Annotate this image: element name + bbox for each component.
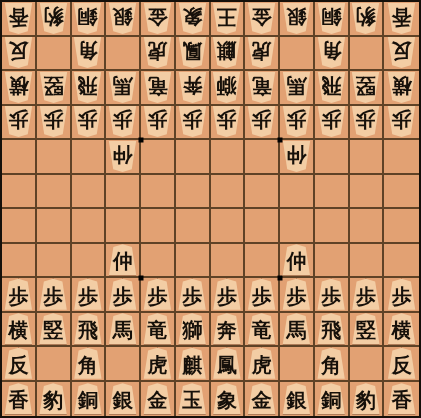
board-cell[interactable]: 竪: [37, 71, 72, 106]
piece-kanji: 仲: [113, 145, 133, 165]
board-cell[interactable]: 銅: [315, 382, 350, 417]
piece-dragon-king-sente[interactable]: 竜: [143, 313, 172, 344]
piece-kanji: 歩: [321, 110, 341, 130]
piece-kanji: 鳳: [182, 41, 202, 61]
piece-kanji: 歩: [356, 110, 376, 130]
board-cell[interactable]: 仲: [106, 244, 141, 279]
board-cell[interactable]: 飛: [315, 313, 350, 348]
board-cell[interactable]: 豹: [37, 2, 72, 37]
piece-king-sente[interactable]: 玉: [178, 383, 207, 414]
board-cell[interactable]: [37, 209, 72, 244]
piece-kanji: 銅: [321, 390, 341, 410]
board-cell[interactable]: [37, 175, 72, 210]
piece-blind-tiger-gote[interactable]: 虎: [143, 37, 172, 68]
board-cell[interactable]: [72, 244, 107, 279]
board-cell[interactable]: 歩: [280, 278, 315, 313]
board-cell[interactable]: [72, 140, 107, 175]
piece-blind-tiger-sente[interactable]: 虎: [143, 348, 172, 379]
board-cell[interactable]: 反: [2, 347, 37, 382]
piece-kanji: 麒: [182, 355, 202, 375]
piece-kanji: 反: [8, 41, 28, 61]
board-cell[interactable]: [141, 175, 176, 210]
piece-pawn-sente[interactable]: 歩: [317, 279, 346, 310]
board-cell[interactable]: [350, 140, 385, 175]
piece-silver-general-gote[interactable]: 銀: [108, 3, 137, 34]
board-cell[interactable]: 歩: [245, 106, 280, 141]
piece-kanji: 反: [392, 41, 412, 61]
piece-kanji: 歩: [286, 110, 306, 130]
piece-reverse-chariot-sente[interactable]: 反: [4, 348, 33, 379]
piece-dragon-king-gote[interactable]: 竜: [247, 72, 276, 103]
piece-lion-sente[interactable]: 獅: [178, 313, 207, 344]
piece-silver-general-sente[interactable]: 銀: [282, 383, 311, 414]
board-cell[interactable]: 香: [384, 2, 419, 37]
board-cell[interactable]: [2, 140, 37, 175]
piece-pawn-gote[interactable]: 歩: [387, 106, 416, 137]
board-cell[interactable]: 反: [384, 37, 419, 72]
piece-reverse-chariot-gote[interactable]: 反: [4, 37, 33, 68]
piece-pawn-gote[interactable]: 歩: [351, 106, 380, 137]
piece-drunk-elephant-sente[interactable]: 象: [212, 383, 241, 414]
piece-vertical-mover-gote[interactable]: 竪: [351, 72, 380, 103]
board-cell[interactable]: [245, 175, 280, 210]
star-point-dot: [138, 137, 143, 142]
board-cell[interactable]: 香: [2, 2, 37, 37]
board-cell[interactable]: 豹: [350, 2, 385, 37]
board-cell[interactable]: [106, 209, 141, 244]
board-cell[interactable]: 金: [245, 382, 280, 417]
piece-side-mover-gote[interactable]: 横: [387, 72, 416, 103]
board-cell[interactable]: [280, 347, 315, 382]
board-cell[interactable]: 虎: [141, 347, 176, 382]
piece-kanji: 横: [8, 76, 28, 96]
piece-kanji: 歩: [8, 286, 28, 306]
piece-ferocious-leopard-sente[interactable]: 豹: [39, 383, 68, 414]
piece-kanji: 竜: [147, 76, 167, 96]
piece-pawn-sente[interactable]: 歩: [247, 279, 276, 310]
board-cell[interactable]: 銅: [72, 382, 107, 417]
piece-pawn-gote[interactable]: 歩: [212, 106, 241, 137]
piece-lance-gote[interactable]: 香: [387, 3, 416, 34]
board-cell[interactable]: 馬: [106, 71, 141, 106]
piece-blind-tiger-sente[interactable]: 虎: [247, 348, 276, 379]
piece-dragon-horse-gote[interactable]: 馬: [282, 72, 311, 103]
board-cell[interactable]: [37, 347, 72, 382]
chu-shogi-board: 香豹銅銀金象王金銀銅豹香反角虎鳳麒虎角反横竪飛馬竜奔獅竜馬飛竪横歩歩歩歩歩歩歩歩…: [0, 0, 421, 418]
board-cell[interactable]: 歩: [72, 106, 107, 141]
piece-bishop-sente[interactable]: 角: [73, 348, 102, 379]
board-cell[interactable]: 王: [211, 2, 246, 37]
board-cell[interactable]: [280, 175, 315, 210]
piece-reverse-chariot-sente[interactable]: 反: [387, 348, 416, 379]
piece-kanji: 歩: [43, 110, 63, 130]
piece-silver-general-sente[interactable]: 銀: [108, 383, 137, 414]
board-cell[interactable]: 歩: [176, 278, 211, 313]
piece-pawn-gote[interactable]: 歩: [317, 106, 346, 137]
piece-kanji: 銅: [78, 7, 98, 27]
piece-bishop-gote[interactable]: 角: [317, 37, 346, 68]
piece-kanji: 歩: [147, 110, 167, 130]
piece-free-king-gote[interactable]: 奔: [178, 72, 207, 103]
piece-lion-gote[interactable]: 獅: [212, 72, 241, 103]
board-cell[interactable]: 銅: [72, 2, 107, 37]
board-cell[interactable]: [280, 37, 315, 72]
piece-side-mover-gote[interactable]: 横: [4, 72, 33, 103]
piece-kanji: 飛: [321, 320, 341, 340]
piece-kanji: 横: [392, 320, 412, 340]
piece-kirin-gote[interactable]: 麒: [212, 37, 241, 68]
piece-pawn-gote[interactable]: 歩: [178, 106, 207, 137]
piece-kanji: 角: [321, 355, 341, 375]
piece-gold-general-gote[interactable]: 金: [143, 3, 172, 34]
board-cell[interactable]: [2, 209, 37, 244]
piece-lance-gote[interactable]: 香: [4, 3, 33, 34]
piece-kanji: 竜: [252, 76, 272, 96]
board-cell[interactable]: [245, 140, 280, 175]
board-cell[interactable]: 仲: [106, 140, 141, 175]
board-cell[interactable]: 歩: [37, 278, 72, 313]
piece-kanji: 竪: [43, 320, 63, 340]
piece-kanji: 虎: [252, 355, 272, 375]
board-cell[interactable]: [176, 175, 211, 210]
board-cell[interactable]: [141, 140, 176, 175]
piece-copper-general-sente[interactable]: 銅: [317, 383, 346, 414]
board-cell[interactable]: 歩: [384, 278, 419, 313]
piece-phoenix-gote[interactable]: 鳳: [178, 37, 207, 68]
board-cell[interactable]: [384, 209, 419, 244]
piece-gold-general-gote[interactable]: 金: [247, 3, 276, 34]
piece-kanji: 歩: [182, 286, 202, 306]
piece-pawn-sente[interactable]: 歩: [282, 279, 311, 310]
piece-kanji: 銅: [321, 7, 341, 27]
piece-kanji: 歩: [182, 110, 202, 130]
board-cell[interactable]: [211, 175, 246, 210]
board-cell[interactable]: 竜: [245, 313, 280, 348]
piece-silver-general-gote[interactable]: 銀: [282, 3, 311, 34]
piece-pawn-sente[interactable]: 歩: [212, 279, 241, 310]
board-cell[interactable]: 角: [72, 347, 107, 382]
board-cell[interactable]: 竜: [141, 313, 176, 348]
board-cell[interactable]: 歩: [315, 278, 350, 313]
piece-gold-general-sente[interactable]: 金: [143, 383, 172, 414]
piece-pawn-sente[interactable]: 歩: [387, 279, 416, 310]
piece-kanji: 銀: [113, 7, 133, 27]
piece-copper-general-gote[interactable]: 銅: [73, 3, 102, 34]
board-cell[interactable]: 歩: [350, 278, 385, 313]
piece-rook-gote[interactable]: 飛: [73, 72, 102, 103]
piece-copper-general-gote[interactable]: 銅: [317, 3, 346, 34]
piece-copper-general-sente[interactable]: 銅: [73, 383, 102, 414]
board-cell[interactable]: [315, 140, 350, 175]
board-cell[interactable]: 反: [2, 37, 37, 72]
piece-kanji: 豹: [356, 390, 376, 410]
board-cell[interactable]: 竪: [37, 313, 72, 348]
piece-kanji: 麒: [217, 41, 237, 61]
piece-kanji: 歩: [43, 286, 63, 306]
board-cell[interactable]: 金: [245, 2, 280, 37]
piece-kanji: 飛: [321, 76, 341, 96]
piece-kanji: 仲: [286, 145, 306, 165]
board-cell[interactable]: 歩: [2, 106, 37, 141]
board-cell[interactable]: [350, 37, 385, 72]
board-cell[interactable]: [280, 209, 315, 244]
board-cell[interactable]: 歩: [176, 106, 211, 141]
board-cell[interactable]: 馬: [106, 313, 141, 348]
piece-side-mover-sente[interactable]: 横: [4, 313, 33, 344]
board-cell[interactable]: 歩: [211, 278, 246, 313]
piece-side-mover-sente[interactable]: 横: [387, 313, 416, 344]
piece-pawn-sente[interactable]: 歩: [108, 279, 137, 310]
board-cell[interactable]: 金: [141, 382, 176, 417]
board-cell[interactable]: 虎: [141, 37, 176, 72]
board-grid: 香豹銅銀金象王金銀銅豹香反角虎鳳麒虎角反横竪飛馬竜奔獅竜馬飛竪横歩歩歩歩歩歩歩歩…: [2, 2, 419, 416]
piece-rook-sente[interactable]: 飛: [317, 313, 346, 344]
board-cell[interactable]: [141, 209, 176, 244]
piece-go-between-sente[interactable]: 仲: [108, 244, 137, 275]
piece-kanji: 香: [392, 7, 412, 27]
piece-vertical-mover-sente[interactable]: 竪: [351, 313, 380, 344]
piece-pawn-sente[interactable]: 歩: [73, 279, 102, 310]
board-cell[interactable]: [106, 175, 141, 210]
board-cell[interactable]: 虎: [245, 37, 280, 72]
board-cell[interactable]: [37, 244, 72, 279]
board-cell[interactable]: 獅: [211, 71, 246, 106]
piece-kanji: 豹: [356, 7, 376, 27]
piece-kanji: 金: [147, 7, 167, 27]
board-cell[interactable]: 飛: [315, 71, 350, 106]
piece-lance-sente[interactable]: 香: [387, 383, 416, 414]
board-cell[interactable]: [245, 209, 280, 244]
board-cell[interactable]: [315, 209, 350, 244]
piece-kanji: 香: [8, 390, 28, 410]
board-cell[interactable]: 角: [72, 37, 107, 72]
board-cell[interactable]: 象: [176, 2, 211, 37]
piece-kanji: 金: [252, 390, 272, 410]
board-cell[interactable]: [350, 175, 385, 210]
piece-pawn-gote[interactable]: 歩: [4, 106, 33, 137]
piece-kanji: 馬: [286, 320, 306, 340]
piece-rook-gote[interactable]: 飛: [317, 72, 346, 103]
board-cell[interactable]: [72, 209, 107, 244]
board-cell[interactable]: 銀: [106, 382, 141, 417]
piece-pawn-gote[interactable]: 歩: [143, 106, 172, 137]
board-cell[interactable]: 玉: [176, 382, 211, 417]
piece-kanji: 馬: [286, 76, 306, 96]
piece-pawn-sente[interactable]: 歩: [39, 279, 68, 310]
board-cell[interactable]: 歩: [106, 278, 141, 313]
piece-kanji: 歩: [147, 286, 167, 306]
board-cell[interactable]: [2, 244, 37, 279]
board-cell[interactable]: 歩: [106, 106, 141, 141]
piece-kanji: 獅: [182, 320, 202, 340]
board-cell[interactable]: [350, 347, 385, 382]
board-cell[interactable]: 竪: [350, 313, 385, 348]
piece-pawn-sente[interactable]: 歩: [143, 279, 172, 310]
piece-dragon-horse-sente[interactable]: 馬: [108, 313, 137, 344]
board-cell[interactable]: [176, 140, 211, 175]
board-cell[interactable]: 歩: [141, 278, 176, 313]
board-cell[interactable]: 角: [315, 347, 350, 382]
board-cell[interactable]: 反: [384, 347, 419, 382]
board-cell[interactable]: 歩: [245, 278, 280, 313]
piece-kanji: 鳳: [217, 355, 237, 375]
piece-kanji: 角: [78, 41, 98, 61]
board-cell[interactable]: 鳳: [211, 347, 246, 382]
board-cell[interactable]: 角: [315, 37, 350, 72]
board-cell[interactable]: [106, 37, 141, 72]
board-cell[interactable]: 歩: [384, 106, 419, 141]
board-cell[interactable]: 豹: [37, 382, 72, 417]
piece-rook-sente[interactable]: 飛: [73, 313, 102, 344]
board-cell[interactable]: [176, 209, 211, 244]
piece-pawn-gote[interactable]: 歩: [247, 106, 276, 137]
piece-kanji: 虎: [147, 41, 167, 61]
piece-kanji: 虎: [147, 355, 167, 375]
board-cell[interactable]: [245, 244, 280, 279]
board-cell[interactable]: 銀: [280, 2, 315, 37]
board-cell[interactable]: [315, 175, 350, 210]
board-cell[interactable]: 竜: [245, 71, 280, 106]
piece-pawn-sente[interactable]: 歩: [178, 279, 207, 310]
board-cell[interactable]: 飛: [72, 71, 107, 106]
board-cell[interactable]: 歩: [72, 278, 107, 313]
board-cell[interactable]: [2, 175, 37, 210]
board-cell[interactable]: 奔: [176, 71, 211, 106]
board-cell[interactable]: 豹: [350, 382, 385, 417]
board-cell[interactable]: 歩: [280, 106, 315, 141]
board-cell[interactable]: [72, 175, 107, 210]
piece-kanji: 銀: [286, 7, 306, 27]
board-cell[interactable]: 馬: [280, 71, 315, 106]
board-cell[interactable]: 金: [141, 2, 176, 37]
board-cell[interactable]: 横: [384, 71, 419, 106]
board-cell[interactable]: 横: [2, 313, 37, 348]
piece-gold-general-sente[interactable]: 金: [247, 383, 276, 414]
piece-dragon-horse-gote[interactable]: 馬: [108, 72, 137, 103]
piece-kanji: 仲: [113, 251, 133, 271]
piece-kanji: 馬: [113, 76, 133, 96]
board-cell[interactable]: 獅: [176, 313, 211, 348]
piece-lance-sente[interactable]: 香: [4, 383, 33, 414]
piece-dragon-king-sente[interactable]: 竜: [247, 313, 276, 344]
board-cell[interactable]: [176, 244, 211, 279]
piece-go-between-gote[interactable]: 仲: [282, 141, 311, 172]
piece-go-between-sente[interactable]: 仲: [282, 244, 311, 275]
piece-kanji: 金: [252, 7, 272, 27]
board-cell[interactable]: [384, 140, 419, 175]
piece-kirin-sente[interactable]: 麒: [178, 348, 207, 379]
piece-ferocious-leopard-sente[interactable]: 豹: [351, 383, 380, 414]
piece-kanji: 豹: [43, 7, 63, 27]
board-cell[interactable]: 象: [211, 382, 246, 417]
board-cell[interactable]: 銅: [315, 2, 350, 37]
board-cell[interactable]: [211, 140, 246, 175]
board-cell[interactable]: [37, 140, 72, 175]
board-cell[interactable]: 竪: [350, 71, 385, 106]
board-cell[interactable]: 飛: [72, 313, 107, 348]
piece-kanji: 豹: [43, 390, 63, 410]
board-cell[interactable]: [37, 37, 72, 72]
star-point-dot: [277, 275, 282, 280]
board-cell[interactable]: 歩: [350, 106, 385, 141]
piece-kanji: 歩: [286, 286, 306, 306]
piece-phoenix-sente[interactable]: 鳳: [212, 348, 241, 379]
piece-go-between-gote[interactable]: 仲: [108, 141, 137, 172]
board-cell[interactable]: 竜: [141, 71, 176, 106]
piece-drunk-elephant-gote[interactable]: 象: [178, 3, 207, 34]
piece-pawn-gote[interactable]: 歩: [73, 106, 102, 137]
piece-pawn-gote[interactable]: 歩: [39, 106, 68, 137]
board-cell[interactable]: [384, 175, 419, 210]
piece-dragon-king-gote[interactable]: 竜: [143, 72, 172, 103]
piece-vertical-mover-sente[interactable]: 竪: [39, 313, 68, 344]
piece-kanji: 獅: [217, 76, 237, 96]
board-cell[interactable]: 香: [2, 382, 37, 417]
board-cell[interactable]: 麒: [211, 37, 246, 72]
piece-kanji: 歩: [392, 110, 412, 130]
board-cell[interactable]: 歩: [315, 106, 350, 141]
piece-kanji: 歩: [217, 110, 237, 130]
piece-kanji: 馬: [113, 320, 133, 340]
board-cell[interactable]: 仲: [280, 140, 315, 175]
board-cell[interactable]: 鳳: [176, 37, 211, 72]
board-cell[interactable]: [211, 209, 246, 244]
piece-kanji: 歩: [252, 286, 272, 306]
piece-king-gote[interactable]: 王: [212, 3, 241, 34]
board-cell[interactable]: 歩: [141, 106, 176, 141]
board-cell[interactable]: [350, 244, 385, 279]
board-cell[interactable]: 横: [384, 313, 419, 348]
board-cell[interactable]: 仲: [280, 244, 315, 279]
board-cell[interactable]: 銀: [106, 2, 141, 37]
piece-kanji: 歩: [8, 110, 28, 130]
board-cell[interactable]: 麒: [176, 347, 211, 382]
board-cell[interactable]: 銀: [280, 382, 315, 417]
piece-kanji: 飛: [78, 76, 98, 96]
board-cell[interactable]: 奔: [211, 313, 246, 348]
piece-bishop-gote[interactable]: 角: [73, 37, 102, 68]
piece-kanji: 香: [392, 390, 412, 410]
board-cell[interactable]: [141, 244, 176, 279]
board-cell[interactable]: 馬: [280, 313, 315, 348]
board-cell[interactable]: 香: [384, 382, 419, 417]
board-cell[interactable]: [384, 244, 419, 279]
piece-pawn-sente[interactable]: 歩: [4, 279, 33, 310]
piece-pawn-gote[interactable]: 歩: [108, 106, 137, 137]
piece-dragon-horse-sente[interactable]: 馬: [282, 313, 311, 344]
board-cell[interactable]: 歩: [37, 106, 72, 141]
board-cell[interactable]: 横: [2, 71, 37, 106]
piece-free-king-sente[interactable]: 奔: [212, 313, 241, 344]
piece-kanji: 虎: [252, 41, 272, 61]
board-cell[interactable]: [350, 209, 385, 244]
piece-blind-tiger-gote[interactable]: 虎: [247, 37, 276, 68]
piece-bishop-sente[interactable]: 角: [317, 348, 346, 379]
board-cell[interactable]: 歩: [2, 278, 37, 313]
board-cell[interactable]: [315, 244, 350, 279]
board-cell[interactable]: [211, 244, 246, 279]
board-cell[interactable]: [106, 347, 141, 382]
piece-kanji: 香: [8, 7, 28, 27]
piece-ferocious-leopard-gote[interactable]: 豹: [39, 3, 68, 34]
piece-vertical-mover-gote[interactable]: 竪: [39, 72, 68, 103]
piece-ferocious-leopard-gote[interactable]: 豹: [351, 3, 380, 34]
board-cell[interactable]: 虎: [245, 347, 280, 382]
piece-pawn-gote[interactable]: 歩: [282, 106, 311, 137]
board-cell[interactable]: 歩: [211, 106, 246, 141]
piece-pawn-sente[interactable]: 歩: [351, 279, 380, 310]
piece-reverse-chariot-gote[interactable]: 反: [387, 37, 416, 68]
